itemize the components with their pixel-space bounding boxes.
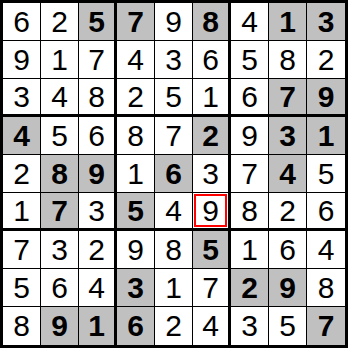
- sudoku-cell-r1c5[interactable]: 9: [155, 3, 193, 41]
- sudoku-cell-r7c4[interactable]: 9: [117, 231, 155, 269]
- sudoku-cell-r6c1[interactable]: 1: [3, 193, 41, 231]
- sudoku-cell-r6c7[interactable]: 8: [231, 193, 269, 231]
- sudoku-cell-r9c5[interactable]: 2: [155, 307, 193, 345]
- sudoku-cell-r5c2[interactable]: 8: [41, 155, 79, 193]
- sudoku-cell-r1c9[interactable]: 3: [307, 3, 345, 41]
- sudoku-cell-r9c9[interactable]: 7: [307, 307, 345, 345]
- sudoku-cell-r9c4[interactable]: 6: [117, 307, 155, 345]
- sudoku-cell-r8c6[interactable]: 7: [193, 269, 231, 307]
- sudoku-cell-r5c6[interactable]: 3: [193, 155, 231, 193]
- sudoku-cell-r6c6[interactable]: 9: [193, 193, 231, 231]
- sudoku-cell-r8c9[interactable]: 8: [307, 269, 345, 307]
- sudoku-cell-r5c1[interactable]: 2: [3, 155, 41, 193]
- sudoku-cell-r8c4[interactable]: 3: [117, 269, 155, 307]
- sudoku-cell-r4c8[interactable]: 3: [269, 117, 307, 155]
- sudoku-cell-r6c8[interactable]: 2: [269, 193, 307, 231]
- sudoku-cell-r2c9[interactable]: 2: [307, 41, 345, 79]
- sudoku-cell-r1c7[interactable]: 4: [231, 3, 269, 41]
- sudoku-cell-r1c1[interactable]: 6: [3, 3, 41, 41]
- sudoku-cell-r7c2[interactable]: 3: [41, 231, 79, 269]
- sudoku-cell-r6c2[interactable]: 7: [41, 193, 79, 231]
- sudoku-cell-r6c4[interactable]: 5: [117, 193, 155, 231]
- sudoku-cell-r3c2[interactable]: 4: [41, 79, 79, 117]
- selected-cell-highlight: [194, 194, 227, 227]
- sudoku-cell-r7c5[interactable]: 8: [155, 231, 193, 269]
- sudoku-cell-r8c1[interactable]: 5: [3, 269, 41, 307]
- sudoku-cell-r9c3[interactable]: 1: [79, 307, 117, 345]
- sudoku-cell-r1c4[interactable]: 7: [117, 3, 155, 41]
- sudoku-cell-r8c8[interactable]: 9: [269, 269, 307, 307]
- sudoku-cell-r9c1[interactable]: 8: [3, 307, 41, 345]
- sudoku-cell-r4c7[interactable]: 9: [231, 117, 269, 155]
- sudoku-cell-r7c6[interactable]: 5: [193, 231, 231, 269]
- sudoku-cell-r4c6[interactable]: 2: [193, 117, 231, 155]
- sudoku-cell-r2c6[interactable]: 6: [193, 41, 231, 79]
- sudoku-cell-r5c5[interactable]: 6: [155, 155, 193, 193]
- sudoku-cell-r9c7[interactable]: 3: [231, 307, 269, 345]
- sudoku-cell-r4c5[interactable]: 7: [155, 117, 193, 155]
- sudoku-cell-r7c1[interactable]: 7: [3, 231, 41, 269]
- sudoku-cell-r7c8[interactable]: 6: [269, 231, 307, 269]
- sudoku-cell-r4c2[interactable]: 5: [41, 117, 79, 155]
- sudoku-cell-r1c2[interactable]: 2: [41, 3, 79, 41]
- sudoku-cell-r2c5[interactable]: 3: [155, 41, 193, 79]
- sudoku-cell-r3c3[interactable]: 8: [79, 79, 117, 117]
- sudoku-cell-r1c6[interactable]: 8: [193, 3, 231, 41]
- sudoku-cell-r6c5[interactable]: 4: [155, 193, 193, 231]
- sudoku-cell-r2c4[interactable]: 4: [117, 41, 155, 79]
- sudoku-cell-r2c1[interactable]: 9: [3, 41, 41, 79]
- sudoku-cell-r8c3[interactable]: 4: [79, 269, 117, 307]
- sudoku-cell-r5c4[interactable]: 1: [117, 155, 155, 193]
- sudoku-cell-r3c4[interactable]: 2: [117, 79, 155, 117]
- sudoku-cell-r6c3[interactable]: 3: [79, 193, 117, 231]
- sudoku-cell-r1c3[interactable]: 5: [79, 3, 117, 41]
- sudoku-cell-r8c2[interactable]: 6: [41, 269, 79, 307]
- sudoku-cell-r9c8[interactable]: 5: [269, 307, 307, 345]
- sudoku-cell-r9c2[interactable]: 9: [41, 307, 79, 345]
- sudoku-cell-r9c6[interactable]: 4: [193, 307, 231, 345]
- sudoku-board: 6257984139174365823482516794568729312891…: [0, 0, 348, 348]
- sudoku-cell-r2c7[interactable]: 5: [231, 41, 269, 79]
- sudoku-cell-r3c9[interactable]: 9: [307, 79, 345, 117]
- sudoku-cell-r3c5[interactable]: 5: [155, 79, 193, 117]
- sudoku-cell-r4c9[interactable]: 1: [307, 117, 345, 155]
- sudoku-cell-r7c9[interactable]: 4: [307, 231, 345, 269]
- sudoku-cell-r3c1[interactable]: 3: [3, 79, 41, 117]
- sudoku-cell-r4c4[interactable]: 8: [117, 117, 155, 155]
- sudoku-cell-r3c8[interactable]: 7: [269, 79, 307, 117]
- sudoku-cell-r5c7[interactable]: 7: [231, 155, 269, 193]
- sudoku-cell-r3c6[interactable]: 1: [193, 79, 231, 117]
- sudoku-cell-r5c3[interactable]: 9: [79, 155, 117, 193]
- sudoku-cell-r2c8[interactable]: 8: [269, 41, 307, 79]
- sudoku-cell-r4c3[interactable]: 6: [79, 117, 117, 155]
- sudoku-cell-r8c5[interactable]: 1: [155, 269, 193, 307]
- sudoku-cell-r3c7[interactable]: 6: [231, 79, 269, 117]
- sudoku-cell-r2c3[interactable]: 7: [79, 41, 117, 79]
- sudoku-cell-r8c7[interactable]: 2: [231, 269, 269, 307]
- sudoku-cell-r4c1[interactable]: 4: [3, 117, 41, 155]
- sudoku-cell-r2c2[interactable]: 1: [41, 41, 79, 79]
- sudoku-cell-r5c8[interactable]: 4: [269, 155, 307, 193]
- sudoku-cell-r7c7[interactable]: 1: [231, 231, 269, 269]
- sudoku-cell-r1c8[interactable]: 1: [269, 3, 307, 41]
- sudoku-cell-r6c9[interactable]: 6: [307, 193, 345, 231]
- sudoku-cell-r5c9[interactable]: 5: [307, 155, 345, 193]
- sudoku-cell-r7c3[interactable]: 2: [79, 231, 117, 269]
